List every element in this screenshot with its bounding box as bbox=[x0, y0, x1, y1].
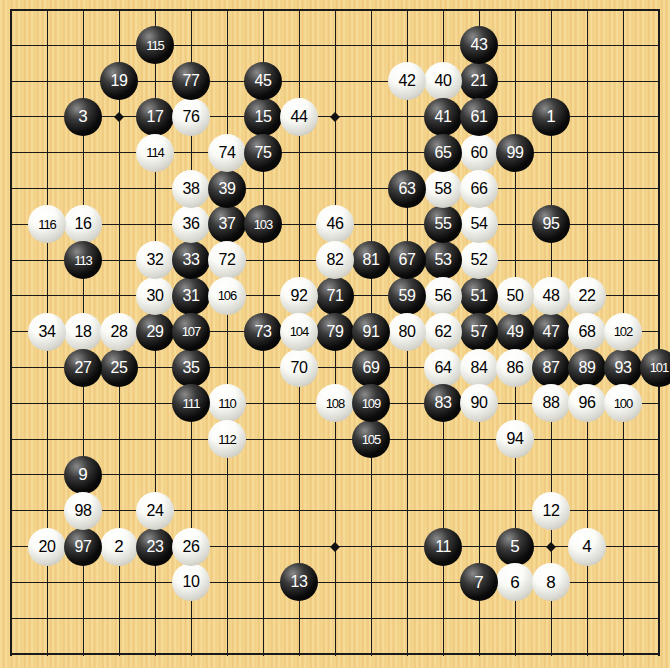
move-number-label: 114 bbox=[146, 146, 164, 159]
move-number-label: 67 bbox=[399, 252, 416, 268]
move-number-label: 87 bbox=[543, 360, 560, 376]
move-number-label: 19 bbox=[111, 73, 128, 89]
go-stone-black-91: 91 bbox=[352, 313, 390, 351]
go-stone-black-67: 67 bbox=[388, 241, 426, 279]
move-number-label: 75 bbox=[255, 145, 272, 161]
go-stone-white-44: 44 bbox=[280, 98, 318, 136]
move-number-label: 111 bbox=[183, 397, 200, 410]
move-number-label: 26 bbox=[183, 539, 200, 555]
move-number-label: 103 bbox=[254, 218, 273, 231]
move-number-label: 37 bbox=[219, 216, 236, 232]
move-number-label: 44 bbox=[291, 109, 308, 125]
go-stone-white-90: 90 bbox=[460, 384, 498, 422]
board-gridline-vertical bbox=[227, 10, 228, 656]
move-number-label: 3 bbox=[78, 108, 87, 125]
move-number-label: 5 bbox=[510, 538, 519, 555]
go-stone-white-34: 34 bbox=[28, 313, 66, 351]
go-stone-black-9: 9 bbox=[64, 456, 102, 494]
go-stone-white-76: 76 bbox=[172, 98, 210, 136]
move-number-label: 70 bbox=[291, 360, 308, 376]
go-stone-white-42: 42 bbox=[388, 62, 426, 100]
go-stone-white-8: 8 bbox=[532, 563, 570, 601]
move-number-label: 65 bbox=[435, 145, 452, 161]
move-number-label: 64 bbox=[435, 360, 452, 376]
move-number-label: 74 bbox=[219, 145, 236, 161]
go-stone-white-50: 50 bbox=[496, 277, 534, 315]
go-stone-white-2: 2 bbox=[100, 528, 138, 566]
go-stone-white-92: 92 bbox=[280, 277, 318, 315]
move-number-label: 47 bbox=[543, 324, 560, 340]
go-stone-black-33: 33 bbox=[172, 241, 210, 279]
go-stone-white-72: 72 bbox=[208, 241, 246, 279]
move-number-label: 60 bbox=[471, 145, 488, 161]
go-stone-white-96: 96 bbox=[568, 384, 606, 422]
board-gridline-vertical bbox=[10, 10, 12, 656]
move-number-label: 23 bbox=[147, 539, 164, 555]
go-stone-white-56: 56 bbox=[424, 277, 462, 315]
go-stone-black-83: 83 bbox=[424, 384, 462, 422]
move-number-label: 40 bbox=[435, 73, 452, 89]
go-stone-white-80: 80 bbox=[388, 313, 426, 351]
move-number-label: 76 bbox=[183, 109, 200, 125]
go-stone-white-36: 36 bbox=[172, 205, 210, 243]
move-number-label: 17 bbox=[147, 109, 164, 125]
go-stone-white-62: 62 bbox=[424, 313, 462, 351]
move-number-label: 48 bbox=[543, 288, 560, 304]
go-stone-white-28: 28 bbox=[100, 313, 138, 351]
go-stone-black-13: 13 bbox=[280, 563, 318, 601]
move-number-label: 50 bbox=[507, 288, 524, 304]
move-number-label: 33 bbox=[183, 252, 200, 268]
go-stone-black-19: 19 bbox=[100, 62, 138, 100]
move-number-label: 29 bbox=[147, 324, 164, 340]
move-number-label: 116 bbox=[38, 218, 56, 231]
move-number-label: 89 bbox=[579, 360, 596, 376]
board-gridline-horizontal bbox=[10, 653, 660, 655]
go-stone-white-60: 60 bbox=[460, 134, 498, 172]
go-stone-black-105: 105 bbox=[352, 420, 390, 458]
move-number-label: 79 bbox=[327, 324, 344, 340]
move-number-label: 42 bbox=[399, 73, 416, 89]
move-number-label: 2 bbox=[114, 538, 123, 555]
move-number-label: 101 bbox=[650, 361, 669, 374]
go-stone-black-111: 111 bbox=[172, 384, 210, 422]
go-stone-white-104: 104 bbox=[280, 313, 318, 351]
go-stone-white-12: 12 bbox=[532, 492, 570, 530]
move-number-label: 102 bbox=[614, 325, 633, 338]
move-number-label: 1 bbox=[546, 108, 555, 125]
move-number-label: 107 bbox=[182, 325, 201, 338]
board-gridline-horizontal bbox=[10, 618, 660, 619]
go-stone-black-43: 43 bbox=[460, 26, 498, 64]
move-number-label: 94 bbox=[507, 431, 524, 447]
go-stone-black-55: 55 bbox=[424, 205, 462, 243]
go-stone-white-18: 18 bbox=[64, 313, 102, 351]
move-number-label: 80 bbox=[399, 324, 416, 340]
star-point bbox=[330, 542, 340, 552]
move-number-label: 113 bbox=[74, 254, 92, 267]
go-stone-white-48: 48 bbox=[532, 277, 570, 315]
go-stone-black-21: 21 bbox=[460, 62, 498, 100]
move-number-label: 112 bbox=[218, 433, 236, 446]
go-stone-black-23: 23 bbox=[136, 528, 174, 566]
move-number-label: 41 bbox=[435, 109, 452, 125]
go-stone-black-11: 11 bbox=[424, 528, 462, 566]
move-number-label: 57 bbox=[471, 324, 488, 340]
move-number-label: 46 bbox=[327, 216, 344, 232]
go-stone-white-20: 20 bbox=[28, 528, 66, 566]
go-stone-black-101: 101 bbox=[640, 349, 670, 387]
go-stone-white-22: 22 bbox=[568, 277, 606, 315]
board-gridline-vertical bbox=[658, 10, 660, 656]
board-gridline-horizontal bbox=[10, 474, 660, 475]
go-stone-white-94: 94 bbox=[496, 420, 534, 458]
move-number-label: 90 bbox=[471, 395, 488, 411]
go-stone-black-79: 79 bbox=[316, 313, 354, 351]
move-number-label: 59 bbox=[399, 288, 416, 304]
move-number-label: 71 bbox=[327, 288, 344, 304]
move-number-label: 53 bbox=[435, 252, 452, 268]
move-number-label: 92 bbox=[291, 288, 308, 304]
move-number-label: 52 bbox=[471, 252, 488, 268]
move-number-label: 82 bbox=[327, 252, 344, 268]
move-number-label: 27 bbox=[75, 360, 92, 376]
star-point bbox=[330, 112, 340, 122]
go-stone-black-3: 3 bbox=[64, 98, 102, 136]
move-number-label: 34 bbox=[39, 324, 56, 340]
go-stone-white-112: 112 bbox=[208, 420, 246, 458]
move-number-label: 32 bbox=[147, 252, 164, 268]
star-point bbox=[114, 112, 124, 122]
go-stone-white-66: 66 bbox=[460, 170, 498, 208]
move-number-label: 11 bbox=[435, 539, 451, 555]
move-number-label: 4 bbox=[582, 538, 591, 555]
move-number-label: 13 bbox=[291, 574, 308, 590]
move-number-label: 18 bbox=[75, 324, 92, 340]
move-number-label: 86 bbox=[507, 360, 524, 376]
go-stone-white-26: 26 bbox=[172, 528, 210, 566]
go-stone-white-70: 70 bbox=[280, 349, 318, 387]
go-stone-white-58: 58 bbox=[424, 170, 462, 208]
go-stone-white-10: 10 bbox=[172, 563, 210, 601]
move-number-label: 30 bbox=[147, 288, 164, 304]
go-stone-white-82: 82 bbox=[316, 241, 354, 279]
move-number-label: 39 bbox=[219, 181, 236, 197]
move-number-label: 49 bbox=[507, 324, 524, 340]
move-number-label: 72 bbox=[219, 252, 236, 268]
move-number-label: 28 bbox=[111, 324, 128, 340]
move-number-label: 55 bbox=[435, 216, 452, 232]
go-board: 1234567891011121315161718192021222324252… bbox=[0, 0, 670, 668]
go-stone-white-116: 116 bbox=[28, 205, 66, 243]
go-stone-black-87: 87 bbox=[532, 349, 570, 387]
go-stone-white-24: 24 bbox=[136, 492, 174, 530]
move-number-label: 6 bbox=[510, 574, 519, 591]
move-number-label: 21 bbox=[471, 73, 488, 89]
go-stone-black-37: 37 bbox=[208, 205, 246, 243]
go-stone-black-41: 41 bbox=[424, 98, 462, 136]
go-stone-black-59: 59 bbox=[388, 277, 426, 315]
move-number-label: 24 bbox=[147, 503, 164, 519]
move-number-label: 58 bbox=[435, 181, 452, 197]
move-number-label: 99 bbox=[507, 145, 524, 161]
go-stone-black-69: 69 bbox=[352, 349, 390, 387]
move-number-label: 108 bbox=[326, 397, 345, 410]
go-stone-black-29: 29 bbox=[136, 313, 174, 351]
board-gridline-horizontal bbox=[10, 439, 660, 440]
go-stone-white-30: 30 bbox=[136, 277, 174, 315]
move-number-label: 96 bbox=[579, 395, 596, 411]
move-number-label: 54 bbox=[471, 216, 488, 232]
go-stone-white-40: 40 bbox=[424, 62, 462, 100]
go-stone-black-47: 47 bbox=[532, 313, 570, 351]
move-number-label: 9 bbox=[78, 466, 87, 483]
go-stone-black-53: 53 bbox=[424, 241, 462, 279]
move-number-label: 84 bbox=[471, 360, 488, 376]
go-stone-white-84: 84 bbox=[460, 349, 498, 387]
move-number-label: 61 bbox=[471, 109, 488, 125]
move-number-label: 83 bbox=[435, 395, 452, 411]
go-stone-white-86: 86 bbox=[496, 349, 534, 387]
go-stone-white-52: 52 bbox=[460, 241, 498, 279]
move-number-label: 77 bbox=[183, 73, 200, 89]
move-number-label: 20 bbox=[39, 539, 56, 555]
go-stone-black-89: 89 bbox=[568, 349, 606, 387]
go-stone-white-16: 16 bbox=[64, 205, 102, 243]
go-stone-black-49: 49 bbox=[496, 313, 534, 351]
go-stone-white-100: 100 bbox=[604, 384, 642, 422]
go-stone-black-99: 99 bbox=[496, 134, 534, 172]
go-stone-white-108: 108 bbox=[316, 384, 354, 422]
move-number-label: 106 bbox=[218, 289, 237, 302]
move-number-label: 63 bbox=[399, 181, 416, 197]
go-stone-black-63: 63 bbox=[388, 170, 426, 208]
move-number-label: 62 bbox=[435, 324, 452, 340]
move-number-label: 98 bbox=[75, 503, 92, 519]
go-stone-black-71: 71 bbox=[316, 277, 354, 315]
go-stone-white-38: 38 bbox=[172, 170, 210, 208]
move-number-label: 36 bbox=[183, 216, 200, 232]
go-stone-white-98: 98 bbox=[64, 492, 102, 530]
go-stone-black-65: 65 bbox=[424, 134, 462, 172]
go-stone-black-25: 25 bbox=[100, 349, 138, 387]
move-number-label: 66 bbox=[471, 181, 488, 197]
move-number-label: 25 bbox=[111, 360, 128, 376]
move-number-label: 31 bbox=[183, 288, 200, 304]
move-number-label: 51 bbox=[471, 288, 488, 304]
go-stone-black-27: 27 bbox=[64, 349, 102, 387]
move-number-label: 12 bbox=[543, 503, 560, 519]
move-number-label: 43 bbox=[471, 37, 488, 53]
go-stone-black-57: 57 bbox=[460, 313, 498, 351]
go-stone-white-46: 46 bbox=[316, 205, 354, 243]
go-stone-white-54: 54 bbox=[460, 205, 498, 243]
go-stone-black-1: 1 bbox=[532, 98, 570, 136]
go-stone-black-73: 73 bbox=[244, 313, 282, 351]
go-stone-white-4: 4 bbox=[568, 528, 606, 566]
move-number-label: 93 bbox=[615, 360, 632, 376]
go-stone-black-7: 7 bbox=[460, 563, 498, 601]
move-number-label: 110 bbox=[218, 397, 236, 410]
move-number-label: 100 bbox=[614, 397, 633, 410]
go-stone-black-103: 103 bbox=[244, 205, 282, 243]
move-number-label: 7 bbox=[474, 574, 483, 591]
move-number-label: 38 bbox=[183, 181, 200, 197]
go-stone-white-68: 68 bbox=[568, 313, 606, 351]
move-number-label: 104 bbox=[290, 325, 309, 338]
go-stone-black-35: 35 bbox=[172, 349, 210, 387]
go-stone-black-31: 31 bbox=[172, 277, 210, 315]
go-stone-white-74: 74 bbox=[208, 134, 246, 172]
move-number-label: 109 bbox=[362, 397, 381, 410]
go-stone-black-97: 97 bbox=[64, 528, 102, 566]
star-point bbox=[546, 542, 556, 552]
move-number-label: 69 bbox=[363, 360, 380, 376]
move-number-label: 115 bbox=[146, 39, 164, 52]
move-number-label: 45 bbox=[255, 73, 272, 89]
go-stone-white-106: 106 bbox=[208, 277, 246, 315]
go-stone-black-51: 51 bbox=[460, 277, 498, 315]
go-stone-black-61: 61 bbox=[460, 98, 498, 136]
move-number-label: 97 bbox=[75, 539, 92, 555]
move-number-label: 81 bbox=[363, 252, 380, 268]
go-stone-black-17: 17 bbox=[136, 98, 174, 136]
go-stone-white-88: 88 bbox=[532, 384, 570, 422]
move-number-label: 56 bbox=[435, 288, 452, 304]
go-stone-black-95: 95 bbox=[532, 205, 570, 243]
move-number-label: 95 bbox=[543, 216, 560, 232]
go-stone-black-75: 75 bbox=[244, 134, 282, 172]
move-number-label: 10 bbox=[183, 574, 200, 590]
go-stone-white-114: 114 bbox=[136, 134, 174, 172]
go-stone-black-15: 15 bbox=[244, 98, 282, 136]
go-stone-black-107: 107 bbox=[172, 313, 210, 351]
move-number-label: 91 bbox=[363, 324, 380, 340]
move-number-label: 22 bbox=[579, 288, 596, 304]
go-stone-black-81: 81 bbox=[352, 241, 390, 279]
go-stone-black-93: 93 bbox=[604, 349, 642, 387]
move-number-label: 105 bbox=[362, 433, 381, 446]
go-stone-black-113: 113 bbox=[64, 241, 102, 279]
go-stone-black-109: 109 bbox=[352, 384, 390, 422]
go-stone-white-6: 6 bbox=[496, 563, 534, 601]
go-stone-black-115: 115 bbox=[136, 26, 174, 64]
move-number-label: 73 bbox=[255, 324, 272, 340]
go-stone-white-64: 64 bbox=[424, 349, 462, 387]
go-stone-white-102: 102 bbox=[604, 313, 642, 351]
move-number-label: 88 bbox=[543, 395, 560, 411]
go-stone-white-32: 32 bbox=[136, 241, 174, 279]
move-number-label: 8 bbox=[546, 574, 555, 591]
go-stone-black-39: 39 bbox=[208, 170, 246, 208]
go-stone-black-5: 5 bbox=[496, 528, 534, 566]
go-stone-black-45: 45 bbox=[244, 62, 282, 100]
move-number-label: 68 bbox=[579, 324, 596, 340]
move-number-label: 16 bbox=[75, 216, 92, 232]
go-stone-white-110: 110 bbox=[208, 384, 246, 422]
move-number-label: 15 bbox=[255, 109, 272, 125]
move-number-label: 35 bbox=[183, 360, 200, 376]
go-stone-black-77: 77 bbox=[172, 62, 210, 100]
